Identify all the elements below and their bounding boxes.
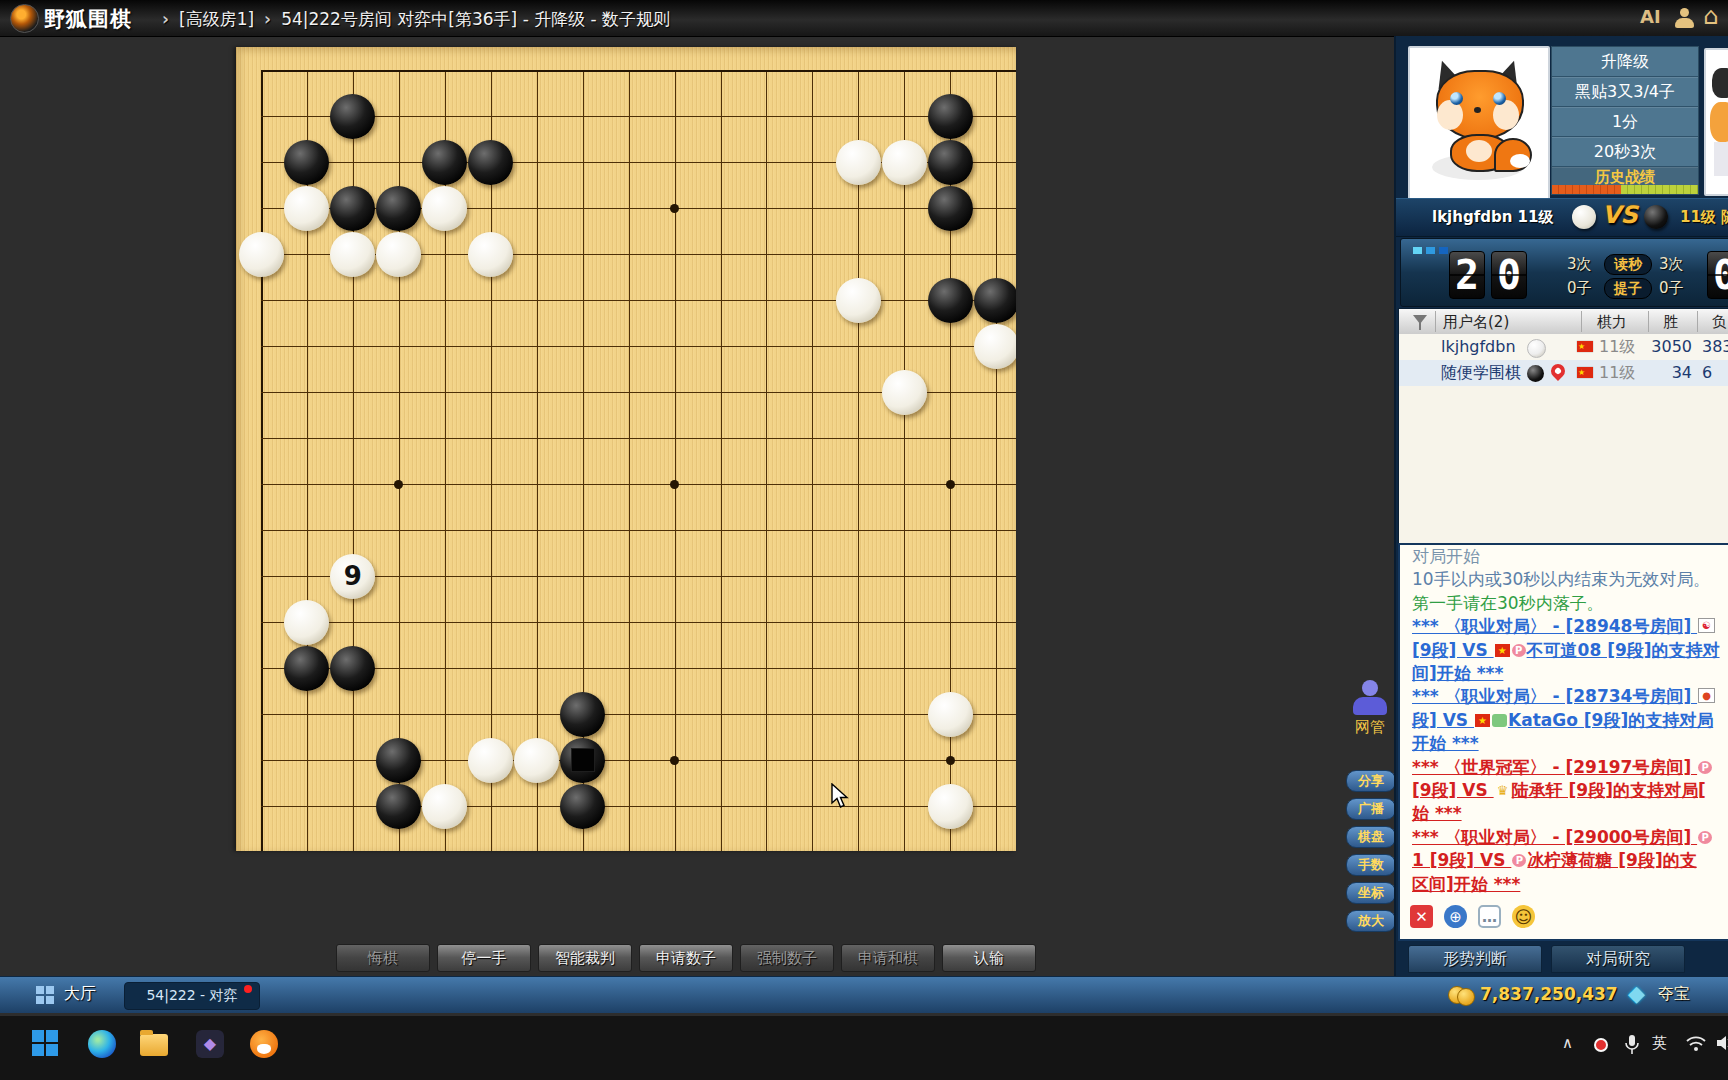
chat-line: 间]开始 *** [1400,662,1728,685]
home-icon[interactable]: ⌂ [1703,2,1718,30]
chat-line: 段] VS ★KataGo [9段]的支持对局 [1400,709,1728,732]
flag-kr-icon: ☯ [1698,618,1715,633]
right-clock-digit: 0 [1707,251,1728,299]
star-point [670,756,679,765]
close-chat-icon[interactable]: ✕ [1410,905,1433,928]
byoyomi-right-count: 3次 [1659,255,1684,274]
resign-button[interactable]: 认输 [942,944,1036,972]
black-stone [330,186,375,231]
admin-label: 网管 [1346,718,1394,737]
breadcrumb-room-group: [高级房1] [179,9,254,29]
flag-cn-icon: ★ [1495,644,1510,657]
black-stone [560,738,605,783]
white-stone [928,692,973,737]
captures-left-count: 0子 [1567,279,1592,298]
p-badge-icon: P [1512,644,1526,657]
microphone-icon[interactable] [1624,1034,1640,1056]
captures-badge: 提子 [1604,278,1652,299]
admin-person-icon-body [1353,697,1387,715]
chat-text[interactable]: [9段] VS [1412,780,1494,800]
p-badge-icon: P [1698,831,1712,844]
cn-flag-icon: ★ [1577,341,1593,352]
player-rank: 11级 [1599,363,1635,384]
tab-position-judgement[interactable]: 形势判断 [1408,945,1542,973]
move-number-label: 9 [344,563,362,589]
white-stone [330,232,375,277]
black-stone-icon [1644,205,1668,229]
main-time: 1分 [1552,107,1698,137]
chat-text[interactable]: 段] VS [1412,710,1474,730]
white-stone [239,232,284,277]
vs-bar: lkjhgfdbn 11级 VS 11级 随便学围棋 [1396,198,1728,237]
grid-line-horizontal [261,760,1016,761]
grid-line-vertical [537,70,538,851]
white-stone [928,784,973,829]
chat-line: [9段] VS ♛陆承轩 [9段]的支持对局[ [1400,779,1728,802]
black-stone [284,646,329,691]
grid-line-vertical [858,70,859,851]
player-wins: 34 [1648,363,1692,382]
app-icon[interactable]: ◆ [196,1030,224,1058]
chat-line: *** 〈职业对局〉 - [28948号房间] ☯ [1400,615,1728,638]
grid-line-horizontal [261,530,1016,531]
white-stone [422,186,467,231]
white-stone [468,738,513,783]
clock-deco-square [1426,247,1435,254]
black-stone [560,692,605,737]
chat-line: *** 〈世界冠军〉 - [29197号房间] P [1400,756,1728,779]
captures-right-count: 0子 [1659,279,1684,298]
treasure-button[interactable]: 夺宝 [1658,984,1690,1005]
byoyomi-left-count: 3次 [1567,255,1592,274]
status-bar: 大厅 54|222 - 对弈 7,837,250,437 ◆ 夺宝 [0,976,1728,1013]
clock-panel: 2 0 3次 读秒 3次 0子 提子 0子 0 [1400,238,1728,307]
vs-label: VS [1602,201,1638,229]
black-stone [928,140,973,185]
tab-game-research[interactable]: 对局研究 [1551,945,1685,973]
chat-text[interactable]: [9段] VS [1412,640,1494,660]
black-stone [468,140,513,185]
chat-bubble-icon[interactable]: … [1478,905,1501,928]
screen: 野狐围棋 ›[高级房1]›54|222号房间 对弈中[第36手] - 升降级 -… [0,0,1728,1080]
breadcrumb: ›[高级房1]›54|222号房间 对弈中[第36手] - 升降级 - 数子规则 [152,8,670,31]
black-stone [928,94,973,139]
board-style-button[interactable]: 棋盘 [1346,826,1396,848]
edge-browser-icon[interactable] [88,1030,116,1058]
offer-draw-button[interactable]: 申请和棋 [841,944,935,972]
coins-icon [1448,986,1474,1004]
left-player-avatar [1408,46,1550,200]
left-clock-digit-tens: 2 [1449,251,1485,299]
grid-line-vertical [261,70,263,851]
chat-text[interactable]: KataGo [9段]的支持对局 [1508,710,1713,730]
chat-line: 1 [9段] VS P冰柠薄荷糖 [9段]的支 [1400,849,1728,872]
chat-text: 对局开始 [1412,546,1480,566]
chat-text[interactable]: 冰柠薄荷糖 [9段]的支 [1527,850,1696,870]
player-rank: 11级 [1599,337,1635,358]
chat-line: 10手以内或30秒以内结束为无效对局。 [1400,568,1728,591]
profile-icon[interactable] [1674,8,1694,28]
speaker-icon[interactable] [1716,1035,1728,1051]
black-stone [560,784,605,829]
chat-text[interactable]: *** 〈世界冠军〉 - [29197号房间] [1412,757,1697,777]
chat-text[interactable]: 区间]开始 *** [1412,874,1520,894]
flag-jp-icon: ● [1698,688,1715,703]
chat-line: [9段] VS ★P不可道08 [9段]的支持对 [1400,639,1728,662]
white-stone: 9 [330,554,375,599]
emoji-smiley-icon[interactable]: ☺ [1512,905,1535,928]
white-stone [514,738,559,783]
tray-chevron-icon[interactable]: ∧ [1562,1034,1573,1052]
player-name: lkjhgfdbn [1441,337,1516,356]
title-bar: 野狐围棋 ›[高级房1]›54|222号房间 对弈中[第36手] - 升降级 -… [0,0,1728,37]
player-losses: 6 [1702,363,1712,382]
breadcrumb-room-title: 54|222号房间 对弈中[第36手] - 升降级 - 数子规则 [281,9,670,29]
white-stone [422,784,467,829]
globe-icon[interactable]: ⊕ [1444,905,1467,928]
white-stone-icon [1527,339,1546,358]
player-row-black[interactable]: 随便学围棋 ★ 11级 34 6 [1399,360,1728,386]
star-point [946,480,955,489]
wifi-icon[interactable] [1686,1036,1706,1052]
grid-line-vertical [904,70,905,851]
col-wins: 胜 [1663,313,1678,332]
player-losses: 3833 [1702,337,1728,356]
black-stone [928,186,973,231]
chat-text[interactable]: *** 〈职业对局〉 - [28948号房间] [1412,616,1697,636]
black-stone [974,278,1016,323]
chat-text[interactable]: 1 [9段] VS [1412,850,1511,870]
chat-line: *** 〈职业对局〉 - [28734号房间] ● [1400,685,1728,708]
player-wins: 3050 [1648,337,1692,356]
white-stone [882,370,927,415]
room-tab[interactable]: 54|222 - 对弈 [124,982,260,1010]
undo-button[interactable]: 悔棋 [336,944,430,972]
game-info-panel: 升降级 黑贴3又3/4子 1分 20秒3次 历史战绩 [1551,46,1699,195]
share-button[interactable]: 分享 [1346,770,1396,792]
admin-contact[interactable]: 网管 [1346,680,1394,737]
black-stone [284,140,329,185]
chat-text: 第一手请在30秒内落子。 [1412,593,1604,613]
white-stone [376,232,421,277]
white-stone-icon [1572,205,1596,229]
tray-red-icon[interactable] [1594,1038,1608,1052]
black-stone [376,784,421,829]
location-pin-icon [1548,361,1568,381]
white-stone [882,140,927,185]
grid-line-horizontal [261,484,1016,485]
grid-line-vertical [491,70,492,851]
player-table-header: 用户名(2) 棋力 胜 负 [1399,309,1728,335]
p-badge-icon: P [1698,761,1712,774]
chat-text: 10手以内或30秒以内结束为无效对局。 [1412,569,1710,589]
black-stone-icon [1527,365,1544,382]
left-clock-digit-ones: 0 [1491,251,1527,299]
black-stone [330,94,375,139]
fox-avatar [1428,60,1528,180]
star-point [670,480,679,489]
gem-icon: ◆ [1628,981,1645,1006]
white-stone [284,186,329,231]
byoyomi-badge: 读秒 [1604,254,1652,275]
white-stone [974,324,1016,369]
black-stone [422,140,467,185]
last-move-marker [572,749,594,771]
foxgo-app-icon[interactable] [250,1030,278,1058]
grid-line-vertical [996,70,997,851]
windows-taskbar: ◆ ∧ 英 [0,1016,1728,1080]
black-stone [376,186,421,231]
byoyomi-setting: 20秒3次 [1552,137,1698,167]
ai-referee-button[interactable]: 智能裁判 [538,944,632,972]
grid-line-horizontal [261,300,1016,301]
grid-line-vertical [675,70,676,851]
black-stone [928,278,973,323]
chat-line: 开始 *** [1400,732,1728,755]
chat-line: *** 〈职业对局〉 - [29000号房间] P [1400,826,1728,849]
grid-line-vertical [766,70,767,851]
chat-text[interactable]: 不可道08 [9段]的支持对 [1527,640,1720,660]
coordinates-button[interactable]: 坐标 [1346,882,1396,904]
white-stone [284,600,329,645]
admin-person-icon [1362,680,1378,696]
grid-line-vertical [812,70,813,851]
lobby-grid-icon[interactable] [36,986,54,1004]
chat-text[interactable]: 始 *** [1412,803,1462,823]
chat-line: 第一手请在30秒内落子。 [1400,592,1728,615]
player-row-white[interactable]: lkjhgfdbn ★ 11级 3050 3833 [1399,334,1728,360]
player-name: 随便学围棋 [1441,363,1521,384]
chat-text[interactable]: *** 〈职业对局〉 - [29000号房间] [1412,827,1697,847]
col-losses: 负 [1712,313,1727,332]
chat-text[interactable]: *** 〈职业对局〉 - [28734号房间] [1412,686,1697,706]
game-type: 升降级 [1552,47,1698,77]
left-player-name: lkjhgfdbn 11级 [1432,208,1553,227]
coin-balance: 7,837,250,437 [1480,984,1618,1004]
breadcrumb-separator: › [264,9,271,29]
ai-button[interactable]: AI [1640,6,1661,27]
action-button-row: 悔棋 停一手 智能裁判 申请数子 强制数子 申请和棋 认输 [336,944,1036,972]
col-rank: 棋力 [1597,313,1627,332]
ime-language-indicator[interactable]: 英 [1652,1034,1667,1053]
pass-button[interactable]: 停一手 [437,944,531,972]
filter-icon[interactable] [1413,315,1427,324]
black-stone [376,738,421,783]
p-badge-icon: P [1512,854,1526,867]
winrate-bar [1552,185,1698,194]
notification-dot [244,985,252,993]
grid-line-horizontal [261,806,1016,807]
star-point [670,204,679,213]
go-board[interactable]: 9 [236,47,1016,851]
star-point [946,756,955,765]
foxgo-logo-icon [10,4,39,33]
broadcast-button[interactable]: 广播 [1346,798,1396,820]
sidebar: 升降级 黑贴3又3/4子 1分 20秒3次 历史战绩 lkjhgfdbn 11级… [1394,36,1728,976]
grid-line-horizontal [261,622,1016,623]
right-player-name: 11级 随便学围棋 [1680,208,1728,227]
clock-deco-square [1413,247,1422,254]
cat-badge-icon [1492,714,1507,727]
right-player-avatar [1704,48,1728,196]
zoom-button[interactable]: 放大 [1346,910,1396,932]
move-number-button[interactable]: 手数 [1346,854,1396,876]
flag-cn-icon: ★ [1475,714,1490,727]
grid-line-horizontal [261,714,1016,715]
mouse-cursor [830,783,852,809]
grid-line-horizontal [261,438,1016,439]
chat-panel[interactable]: 对局开始10手以内或30秒以内结束为无效对局。第一手请在30秒内落子。*** 〈… [1398,543,1728,941]
chat-text[interactable]: 陆承轩 [9段]的支持对局[ [1512,780,1706,800]
grid-line-vertical [721,70,722,851]
cn-flag-icon: ★ [1577,367,1593,378]
file-explorer-icon[interactable] [140,1034,168,1056]
star-point [394,480,403,489]
player-table: 用户名(2) 棋力 胜 负 lkjhgfdbn ★ 11级 3050 3833 … [1398,308,1728,545]
grid-line-horizontal [261,70,1016,72]
chat-text[interactable]: 间]开始 *** [1412,663,1503,683]
grid-line-vertical [629,70,630,851]
chat-text[interactable]: 开始 *** [1412,733,1479,753]
chat-line: 对局开始 [1400,545,1728,568]
force-count-button[interactable]: 强制数子 [740,944,834,972]
request-count-button[interactable]: 申请数子 [639,944,733,972]
clock-deco-square [1439,247,1448,254]
col-username: 用户名(2) [1443,313,1509,332]
breadcrumb-separator: › [162,9,169,29]
crown-icon: ♛ [1495,784,1511,797]
chat-line: 区间]开始 *** [1400,873,1728,896]
white-stone [468,232,513,277]
history-record-button[interactable]: 历史战绩 [1552,167,1698,187]
chat-toolbar: ✕ ⊕ … ☺ [1410,905,1535,928]
grid-line-horizontal [261,346,1016,347]
chat-line: 始 *** [1400,802,1728,825]
start-button-icon[interactable] [32,1030,60,1058]
lobby-button[interactable]: 大厅 [64,984,96,1005]
komi-rule: 黑贴3又3/4子 [1552,77,1698,107]
app-name: 野狐围棋 [44,5,132,33]
white-stone [836,140,881,185]
black-stone [330,646,375,691]
white-stone [836,278,881,323]
